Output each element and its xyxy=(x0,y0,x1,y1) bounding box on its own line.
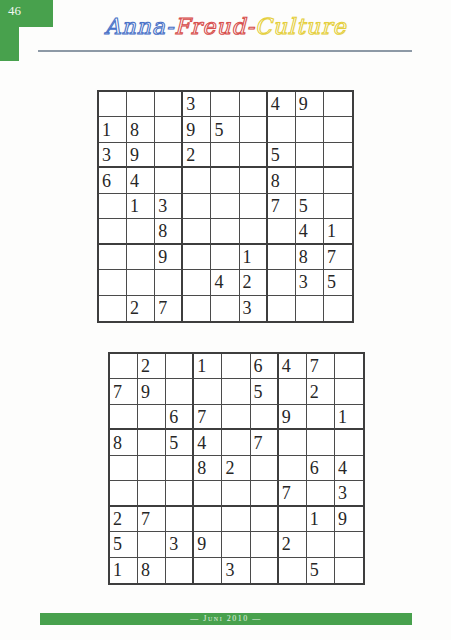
sudoku-cell-r1c4: 1 xyxy=(194,354,222,379)
sudoku-cell-r8c2 xyxy=(138,532,166,557)
sudoku-cell-r2c9 xyxy=(335,379,363,404)
sudoku-cell-r6c5 xyxy=(211,219,239,244)
sudoku-cell-r3c5 xyxy=(222,405,250,430)
sudoku-cell-r3c7: 5 xyxy=(268,143,296,168)
sudoku-cell-r3c9 xyxy=(324,143,352,168)
sudoku-cell-r3c7: 9 xyxy=(279,405,307,430)
sudoku-cell-r2c5: 5 xyxy=(211,117,239,142)
sudoku-cell-r8c9: 5 xyxy=(324,270,352,295)
sudoku-cell-r1c3 xyxy=(155,92,183,117)
sudoku-cell-r5c9: 4 xyxy=(335,456,363,481)
sudoku-cell-r9c2: 8 xyxy=(138,558,166,583)
sudoku-cell-r6c3 xyxy=(166,481,194,506)
sudoku-cell-r5c5 xyxy=(211,194,239,219)
sudoku-cell-r1c8: 7 xyxy=(307,354,335,379)
sudoku-cell-r8c8: 3 xyxy=(296,270,324,295)
sudoku-cell-r9c8 xyxy=(296,296,324,321)
sudoku-cell-r8c9 xyxy=(335,532,363,557)
sudoku-cell-r9c1: 1 xyxy=(110,558,138,583)
sudoku-cell-r4c5 xyxy=(211,168,239,193)
sudoku-cell-r3c8 xyxy=(307,405,335,430)
sudoku-cell-r3c6 xyxy=(251,405,279,430)
sudoku-cell-r4c1: 6 xyxy=(99,168,127,193)
sudoku-cell-r7c7 xyxy=(268,245,296,270)
sudoku-cell-r1c1 xyxy=(110,354,138,379)
sudoku-cell-r9c6 xyxy=(251,558,279,583)
sudoku-cell-r5c3 xyxy=(166,456,194,481)
sudoku-cell-r4c8 xyxy=(307,430,335,455)
sudoku-cell-r1c1 xyxy=(99,92,127,117)
sudoku-cell-r1c3 xyxy=(166,354,194,379)
sudoku-cell-r8c4: 9 xyxy=(194,532,222,557)
sudoku-cell-r9c4 xyxy=(194,558,222,583)
sudoku-cell-r7c5 xyxy=(211,245,239,270)
sudoku-cell-r9c6: 3 xyxy=(240,296,268,321)
sudoku-cell-r4c9 xyxy=(324,168,352,193)
sudoku-cell-r6c2 xyxy=(138,481,166,506)
sudoku-cell-r7c2 xyxy=(127,245,155,270)
sudoku-cell-r1c7: 4 xyxy=(268,92,296,117)
sudoku-cell-r7c6 xyxy=(251,507,279,532)
sudoku-cell-r9c9 xyxy=(324,296,352,321)
sudoku-cell-r3c8 xyxy=(296,143,324,168)
sudoku-cell-r7c9: 9 xyxy=(335,507,363,532)
sudoku-cell-r6c6 xyxy=(251,481,279,506)
sudoku-cell-r4c2 xyxy=(138,430,166,455)
sudoku-cell-r2c2: 8 xyxy=(127,117,155,142)
sudoku-cell-r6c9: 3 xyxy=(335,481,363,506)
header-divider xyxy=(38,50,412,52)
sudoku-cell-r2c4: 9 xyxy=(183,117,211,142)
sudoku-cell-r6c6 xyxy=(240,219,268,244)
sudoku-cell-r3c5 xyxy=(211,143,239,168)
sudoku-cell-r2c5 xyxy=(222,379,250,404)
sudoku-cell-r5c7 xyxy=(279,456,307,481)
sudoku-cell-r5c9 xyxy=(324,194,352,219)
sudoku-cell-r1c6: 6 xyxy=(251,354,279,379)
sudoku-cell-r6c8: 4 xyxy=(296,219,324,244)
sudoku-grid-bottom: 21647795267918547826473271953921835 xyxy=(108,352,365,585)
sudoku-cell-r3c1 xyxy=(110,405,138,430)
sudoku-cell-r8c7 xyxy=(268,270,296,295)
sudoku-cell-r5c7: 7 xyxy=(268,194,296,219)
sudoku-cell-r1c8: 9 xyxy=(296,92,324,117)
sudoku-cell-r5c5: 2 xyxy=(222,456,250,481)
sudoku-cell-r9c7 xyxy=(268,296,296,321)
logo-word: Freud- xyxy=(174,14,255,39)
sudoku-cell-r3c6 xyxy=(240,143,268,168)
sudoku-cell-r1c9 xyxy=(324,92,352,117)
sudoku-cell-r2c3 xyxy=(166,379,194,404)
sudoku-cell-r2c6: 5 xyxy=(251,379,279,404)
sudoku-cell-r9c3: 7 xyxy=(155,296,183,321)
sudoku-cell-r4c3: 5 xyxy=(166,430,194,455)
sudoku-cell-r8c1: 5 xyxy=(110,532,138,557)
sudoku-cell-r1c7: 4 xyxy=(279,354,307,379)
sudoku-cell-r4c7 xyxy=(279,430,307,455)
sudoku-cell-r6c4 xyxy=(183,219,211,244)
sudoku-cell-r4c9 xyxy=(335,430,363,455)
sudoku-cell-r7c8: 8 xyxy=(296,245,324,270)
sudoku-cell-r3c4: 2 xyxy=(183,143,211,168)
sudoku-cell-r8c4 xyxy=(183,270,211,295)
logo-word: Culture xyxy=(255,14,347,39)
sudoku-cell-r1c2: 2 xyxy=(138,354,166,379)
logo-word: Anna- xyxy=(105,14,175,39)
sudoku-cell-r7c4 xyxy=(194,507,222,532)
sudoku-grid-top: 34918953925648137584191874235273 xyxy=(97,90,354,323)
sudoku-cell-r8c5: 4 xyxy=(211,270,239,295)
sudoku-cell-r6c1 xyxy=(99,219,127,244)
sudoku-cell-r5c3: 3 xyxy=(155,194,183,219)
sudoku-cell-r6c9: 1 xyxy=(324,219,352,244)
sudoku-cell-r9c2: 2 xyxy=(127,296,155,321)
sudoku-cell-r4c2: 4 xyxy=(127,168,155,193)
sudoku-cell-r1c5 xyxy=(211,92,239,117)
sudoku-cell-r8c3: 3 xyxy=(166,532,194,557)
sudoku-cell-r9c3 xyxy=(166,558,194,583)
sudoku-cell-r6c5 xyxy=(222,481,250,506)
sudoku-cell-r1c2 xyxy=(127,92,155,117)
sudoku-cell-r2c3 xyxy=(155,117,183,142)
magazine-logo: Anna-Freud-Culture xyxy=(0,14,451,39)
sudoku-cell-r7c2: 7 xyxy=(138,507,166,532)
sudoku-cell-r2c8: 2 xyxy=(307,379,335,404)
sudoku-cell-r2c2: 9 xyxy=(138,379,166,404)
sudoku-cell-r9c4 xyxy=(183,296,211,321)
sudoku-cell-r6c4 xyxy=(194,481,222,506)
sudoku-cell-r7c3: 9 xyxy=(155,245,183,270)
sudoku-cell-r5c8: 6 xyxy=(307,456,335,481)
sudoku-cell-r7c4 xyxy=(183,245,211,270)
sudoku-cell-r6c7: 7 xyxy=(279,481,307,506)
sudoku-cell-r8c6: 2 xyxy=(240,270,268,295)
sudoku-cell-r2c4 xyxy=(194,379,222,404)
sudoku-cell-r8c6 xyxy=(251,532,279,557)
sudoku-cell-r1c9 xyxy=(335,354,363,379)
sudoku-cell-r4c6: 7 xyxy=(251,430,279,455)
sudoku-cell-r9c5 xyxy=(211,296,239,321)
sudoku-cell-r4c3 xyxy=(155,168,183,193)
sudoku-cell-r2c7 xyxy=(279,379,307,404)
sudoku-cell-r5c4: 8 xyxy=(194,456,222,481)
sudoku-cell-r6c7 xyxy=(268,219,296,244)
sudoku-cell-r6c3: 8 xyxy=(155,219,183,244)
sudoku-cell-r9c9 xyxy=(335,558,363,583)
sudoku-cell-r7c9: 7 xyxy=(324,245,352,270)
sudoku-cell-r8c2 xyxy=(127,270,155,295)
sudoku-cell-r4c7: 8 xyxy=(268,168,296,193)
sudoku-cell-r4c5 xyxy=(222,430,250,455)
sudoku-cell-r6c1 xyxy=(110,481,138,506)
sudoku-cell-r2c6 xyxy=(240,117,268,142)
sudoku-cell-r7c8: 1 xyxy=(307,507,335,532)
sudoku-cell-r3c2 xyxy=(138,405,166,430)
sudoku-cell-r3c9: 1 xyxy=(335,405,363,430)
sudoku-cell-r2c9 xyxy=(324,117,352,142)
sudoku-cell-r8c1 xyxy=(99,270,127,295)
sudoku-cell-r1c5 xyxy=(222,354,250,379)
sudoku-cell-r2c7 xyxy=(268,117,296,142)
sudoku-cell-r2c1: 7 xyxy=(110,379,138,404)
sudoku-cell-r8c5 xyxy=(222,532,250,557)
sudoku-cell-r7c7 xyxy=(279,507,307,532)
sudoku-cell-r9c8: 5 xyxy=(307,558,335,583)
sudoku-cell-r5c6 xyxy=(251,456,279,481)
sudoku-cell-r5c6 xyxy=(240,194,268,219)
sudoku-cell-r5c8: 5 xyxy=(296,194,324,219)
sudoku-cell-r7c5 xyxy=(222,507,250,532)
sudoku-cell-r8c3 xyxy=(155,270,183,295)
sudoku-cell-r3c4: 7 xyxy=(194,405,222,430)
sudoku-cell-r9c5: 3 xyxy=(222,558,250,583)
sudoku-cell-r1c6 xyxy=(240,92,268,117)
sudoku-cell-r8c8 xyxy=(307,532,335,557)
sudoku-cell-r3c3 xyxy=(155,143,183,168)
sudoku-cell-r7c6: 1 xyxy=(240,245,268,270)
sudoku-cell-r4c1: 8 xyxy=(110,430,138,455)
sudoku-cell-r4c6 xyxy=(240,168,268,193)
sudoku-cell-r5c4 xyxy=(183,194,211,219)
sudoku-cell-r6c8 xyxy=(307,481,335,506)
footer-date: — Juni 2010 — xyxy=(190,615,261,623)
sudoku-cell-r9c1 xyxy=(99,296,127,321)
sudoku-cell-r3c3: 6 xyxy=(166,405,194,430)
sudoku-cell-r6c2 xyxy=(127,219,155,244)
sudoku-cell-r4c4: 4 xyxy=(194,430,222,455)
sudoku-cell-r5c1 xyxy=(110,456,138,481)
sudoku-cell-r2c8 xyxy=(296,117,324,142)
sudoku-cell-r3c1: 3 xyxy=(99,143,127,168)
footer-bar: — Juni 2010 — xyxy=(40,613,412,625)
sudoku-cell-r1c4: 3 xyxy=(183,92,211,117)
sudoku-cell-r8c7: 2 xyxy=(279,532,307,557)
sudoku-cell-r3c2: 9 xyxy=(127,143,155,168)
sudoku-cell-r5c2 xyxy=(138,456,166,481)
sudoku-cell-r9c7 xyxy=(279,558,307,583)
sudoku-cell-r4c4 xyxy=(183,168,211,193)
sudoku-cell-r5c1 xyxy=(99,194,127,219)
sudoku-cell-r4c8 xyxy=(296,168,324,193)
sudoku-cell-r5c2: 1 xyxy=(127,194,155,219)
sudoku-cell-r7c1: 2 xyxy=(110,507,138,532)
sudoku-cell-r7c1 xyxy=(99,245,127,270)
sudoku-cell-r7c3 xyxy=(166,507,194,532)
sudoku-cell-r2c1: 1 xyxy=(99,117,127,142)
